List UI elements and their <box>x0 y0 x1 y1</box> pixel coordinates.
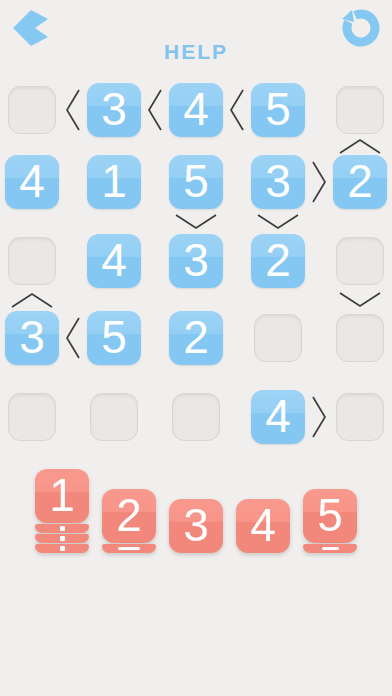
cell-value: 5 <box>183 158 209 204</box>
constraint-r1c5-lt-r2c5 <box>333 137 387 155</box>
restart-button[interactable] <box>338 4 384 50</box>
cell-r2c1[interactable]: 4 <box>5 155 59 209</box>
cell-value: 5 <box>265 86 291 132</box>
tray-stack-strip <box>303 544 357 553</box>
tray-tile: 5 <box>303 489 357 543</box>
board: 345415324323524 <box>5 83 387 444</box>
constraint-r3c3-lt-r2c3 <box>169 209 223 234</box>
cell-r3c1[interactable] <box>8 237 56 285</box>
cell-r4c4[interactable] <box>254 314 302 362</box>
cell-value: 2 <box>265 237 291 283</box>
cell-r2c2[interactable]: 1 <box>87 155 141 209</box>
cell-r4c2[interactable]: 5 <box>87 311 141 365</box>
cell-r3c3[interactable]: 3 <box>169 234 223 288</box>
constraint-r5c5-lt-r5c4 <box>305 390 333 444</box>
cell-value: 3 <box>265 158 291 204</box>
restart-icon <box>338 38 384 53</box>
stacked-tile-digit-tip <box>60 546 65 551</box>
tray-tile: 4 <box>236 499 290 553</box>
cell-value: 2 <box>347 158 373 204</box>
tray-stack-1[interactable]: 1 <box>35 469 89 553</box>
tray-tile: 3 <box>169 499 223 553</box>
tray-stack-strip <box>102 544 156 553</box>
cell-r1c4[interactable]: 5 <box>251 83 305 137</box>
cell-r1c5[interactable] <box>336 86 384 134</box>
cell-value: 4 <box>101 237 127 283</box>
cell-r5c1[interactable] <box>8 393 56 441</box>
cell-value: 4 <box>183 86 209 132</box>
tray: 12345 <box>0 469 392 553</box>
tray-tile-value: 3 <box>183 502 209 548</box>
cell-r5c2[interactable] <box>90 393 138 441</box>
constraint-r2c5-lt-r2c4 <box>305 155 333 209</box>
cell-r3c4[interactable]: 2 <box>251 234 305 288</box>
tray-stack-5[interactable]: 5 <box>303 489 357 553</box>
constraint-r1c1-lt-r1c2 <box>59 83 87 137</box>
tray-stack-3[interactable]: 3 <box>169 499 223 553</box>
cell-r5c4[interactable]: 4 <box>251 390 305 444</box>
cell-value: 3 <box>183 237 209 283</box>
cell-value: 4 <box>265 393 291 439</box>
constraint-r3c1-lt-r4c1 <box>5 288 59 311</box>
cell-r3c2[interactable]: 4 <box>87 234 141 288</box>
tray-stack-strip <box>35 544 89 553</box>
page-title: HELP <box>0 40 392 64</box>
stacked-tile-digit-tip <box>60 526 65 531</box>
cell-value: 1 <box>101 158 127 204</box>
tray-stack-strip <box>35 534 89 543</box>
cell-r1c1[interactable] <box>8 86 56 134</box>
tray-tile-value: 5 <box>317 492 343 538</box>
cell-r1c3[interactable]: 4 <box>169 83 223 137</box>
tray-tile-value: 2 <box>116 492 142 538</box>
cell-value: 4 <box>19 158 45 204</box>
cell-value: 3 <box>19 314 45 360</box>
cell-r4c1[interactable]: 3 <box>5 311 59 365</box>
constraint-r1c3-lt-r1c4 <box>223 83 251 137</box>
cell-r4c3[interactable]: 2 <box>169 311 223 365</box>
cell-r4c5[interactable] <box>336 314 384 362</box>
cell-r3c5[interactable] <box>336 237 384 285</box>
tray-tile: 2 <box>102 489 156 543</box>
cell-value: 5 <box>101 314 127 360</box>
stacked-tile-digit-tip <box>322 547 339 550</box>
cell-r5c3[interactable] <box>172 393 220 441</box>
constraint-r4c5-lt-r3c5 <box>333 288 387 311</box>
tray-tile-value: 1 <box>49 472 75 518</box>
constraint-r4c1-lt-r4c2 <box>59 311 87 365</box>
tray-stack-4[interactable]: 4 <box>236 499 290 553</box>
game-screen: HELP 345415324323524 12345 <box>0 0 392 696</box>
tray-tile-value: 4 <box>250 502 276 548</box>
cell-r5c5[interactable] <box>336 393 384 441</box>
tray-stack-2[interactable]: 2 <box>102 489 156 553</box>
cell-value: 2 <box>183 314 209 360</box>
constraint-r1c2-lt-r1c3 <box>141 83 169 137</box>
stacked-tile-digit-tip <box>60 536 65 541</box>
tray-stack-strip <box>35 524 89 533</box>
cell-value: 3 <box>101 86 127 132</box>
cell-r2c4[interactable]: 3 <box>251 155 305 209</box>
stacked-tile-digit-tip <box>118 547 140 550</box>
cell-r2c3[interactable]: 5 <box>169 155 223 209</box>
cell-r1c2[interactable]: 3 <box>87 83 141 137</box>
tray-tile: 1 <box>35 469 89 523</box>
cell-r2c5[interactable]: 2 <box>333 155 387 209</box>
constraint-r3c4-lt-r2c4 <box>251 209 305 234</box>
